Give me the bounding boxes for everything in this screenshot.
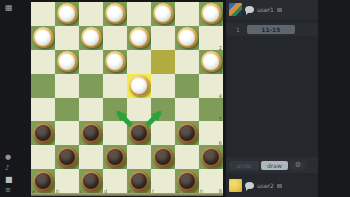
board-bottom-bevel — [31, 193, 223, 196]
square-r3c1[interactable] — [31, 50, 55, 74]
square-r7c1[interactable] — [31, 145, 55, 169]
player-row: user2 — [226, 176, 318, 195]
square-r3c5[interactable] — [127, 50, 151, 74]
square-r6c1[interactable] — [31, 121, 55, 145]
white-man[interactable] — [153, 3, 174, 24]
square-r2c7[interactable] — [175, 26, 199, 50]
chat-bubble-icon[interactable] — [245, 182, 254, 189]
square-r6c6[interactable] — [151, 121, 175, 145]
square-r5c8[interactable]: 5 — [199, 98, 223, 122]
white-man[interactable] — [33, 27, 54, 48]
square-r1c4[interactable] — [103, 2, 127, 26]
white-man[interactable] — [105, 51, 126, 72]
move-list: 1 11-15 — [226, 23, 318, 36]
square-r2c8[interactable]: 2 — [199, 26, 223, 50]
game-panel: user1 1 11-15 undo draw ⚙ user2 — [226, 0, 318, 197]
square-r7c2[interactable] — [55, 145, 79, 169]
menu-lines-icon[interactable]: ≡ — [5, 186, 13, 195]
sidebar-toolbar: ● ♪ ■ ≡ — [5, 153, 13, 195]
square-r1c8[interactable]: 1 — [199, 2, 223, 26]
square-r2c1[interactable] — [31, 26, 55, 50]
checkers-board[interactable]: 1234567abcdefgh8 — [31, 2, 223, 193]
square-r2c5[interactable] — [127, 26, 151, 50]
square-r3c4[interactable] — [103, 50, 127, 74]
opponent-avatar[interactable] — [229, 3, 242, 16]
square-r3c2[interactable] — [55, 50, 79, 74]
square-r6c4[interactable] — [103, 121, 127, 145]
square-r5c4[interactable] — [103, 98, 127, 122]
black-man[interactable] — [57, 147, 78, 168]
player-flag-icon — [277, 184, 282, 188]
move-chip[interactable]: 11-15 — [247, 25, 295, 34]
square-r6c3[interactable] — [79, 121, 103, 145]
square-r4c4[interactable] — [103, 74, 127, 98]
square-r8c7[interactable]: g — [175, 169, 199, 193]
opponent-name: user1 — [257, 6, 274, 13]
gear-icon[interactable]: ⚙ — [290, 161, 306, 170]
square-r3c6[interactable] — [151, 50, 175, 74]
black-man[interactable] — [177, 123, 198, 144]
square-r1c3[interactable] — [79, 2, 103, 26]
black-man[interactable] — [33, 171, 54, 192]
square-r8c6[interactable]: f — [151, 169, 175, 193]
square-r5c3[interactable] — [79, 98, 103, 122]
board-area: 1234567abcdefgh8 — [31, 2, 223, 193]
square-r7c6[interactable] — [151, 145, 175, 169]
white-man[interactable] — [105, 3, 126, 24]
square-r4c2[interactable] — [55, 74, 79, 98]
black-man[interactable] — [129, 123, 150, 144]
square-r4c6[interactable] — [151, 74, 175, 98]
white-man[interactable] — [177, 27, 198, 48]
black-man[interactable] — [153, 147, 174, 168]
square-r5c5[interactable] — [127, 98, 151, 122]
white-man[interactable] — [129, 27, 150, 48]
chat-bubble-icon[interactable] — [245, 6, 254, 13]
white-man[interactable] — [57, 3, 78, 24]
undo-button[interactable]: undo — [229, 161, 259, 170]
square-r2c4[interactable] — [103, 26, 127, 50]
panel-icon[interactable]: ■ — [5, 175, 13, 184]
square-r6c5[interactable] — [127, 121, 151, 145]
black-man[interactable] — [105, 147, 126, 168]
square-r3c8[interactable]: 3 — [199, 50, 223, 74]
square-r6c7[interactable] — [175, 121, 199, 145]
square-r1c1[interactable] — [31, 2, 55, 26]
square-r4c7[interactable] — [175, 74, 199, 98]
square-r8c1[interactable]: a — [31, 169, 55, 193]
square-r8c5[interactable]: e — [127, 169, 151, 193]
left-sidebar: ▦ ● ♪ ■ ≡ — [0, 0, 31, 197]
square-r4c8[interactable]: 4 — [199, 74, 223, 98]
square-r6c8[interactable]: 6 — [199, 121, 223, 145]
square-r7c3[interactable] — [79, 145, 103, 169]
game-controls: undo draw ⚙ — [226, 157, 318, 173]
square-r2c2[interactable] — [55, 26, 79, 50]
square-r8c4[interactable]: d — [103, 169, 127, 193]
square-r1c5[interactable] — [127, 2, 151, 26]
white-man[interactable] — [57, 51, 78, 72]
square-r7c4[interactable] — [103, 145, 127, 169]
square-r2c6[interactable] — [151, 26, 175, 50]
square-r4c1[interactable] — [31, 74, 55, 98]
square-r2c3[interactable] — [79, 26, 103, 50]
right-background — [318, 0, 350, 197]
square-r7c8[interactable]: 7 — [199, 145, 223, 169]
black-man[interactable] — [177, 171, 198, 192]
opponent-flag-icon — [277, 8, 282, 12]
square-r7c5[interactable] — [127, 145, 151, 169]
square-r7c7[interactable] — [175, 145, 199, 169]
square-r1c2[interactable] — [55, 2, 79, 26]
window-icon[interactable]: ▦ — [5, 3, 13, 13]
player-name: user2 — [257, 182, 274, 189]
move-number: 1 — [236, 26, 240, 33]
square-r6c2[interactable] — [55, 121, 79, 145]
draw-button[interactable]: draw — [261, 161, 288, 170]
black-man[interactable] — [81, 171, 102, 192]
square-r1c7[interactable] — [175, 2, 199, 26]
square-r5c7[interactable] — [175, 98, 199, 122]
square-r5c1[interactable] — [31, 98, 55, 122]
square-r5c2[interactable] — [55, 98, 79, 122]
sound-icon[interactable]: ♪ — [5, 164, 13, 173]
square-r8c8[interactable]: h8 — [199, 169, 223, 193]
white-man[interactable] — [129, 75, 150, 96]
square-r4c5[interactable] — [127, 74, 151, 98]
black-man[interactable] — [33, 123, 54, 144]
square-r5c6[interactable] — [151, 98, 175, 122]
white-man[interactable] — [81, 27, 102, 48]
opponent-row: user1 — [226, 0, 318, 19]
square-r3c3[interactable] — [79, 50, 103, 74]
player-avatar[interactable] — [229, 179, 242, 192]
square-r3c7[interactable] — [175, 50, 199, 74]
square-r1c6[interactable] — [151, 2, 175, 26]
square-r8c2[interactable]: b — [55, 169, 79, 193]
status-icon[interactable]: ● — [5, 153, 13, 162]
square-r8c3[interactable]: c — [79, 169, 103, 193]
black-man[interactable] — [129, 171, 150, 192]
square-r4c3[interactable] — [79, 74, 103, 98]
black-man[interactable] — [81, 123, 102, 144]
